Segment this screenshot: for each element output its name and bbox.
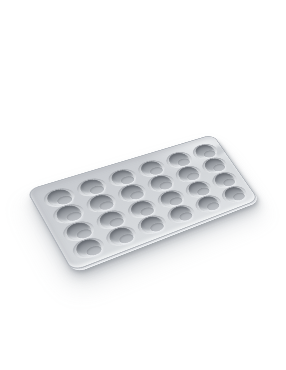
cup-floor bbox=[85, 244, 103, 257]
pan-top-face bbox=[26, 134, 259, 272]
cup-floor bbox=[149, 221, 166, 232]
cup-floor bbox=[178, 211, 194, 222]
cup-floor bbox=[206, 201, 221, 212]
cup-floor bbox=[118, 232, 135, 244]
cup-well bbox=[221, 185, 247, 204]
cup-floor bbox=[232, 191, 247, 201]
muffin-pan bbox=[26, 134, 259, 272]
product-photo-stage bbox=[0, 0, 286, 370]
